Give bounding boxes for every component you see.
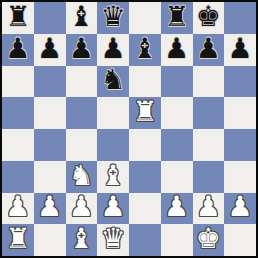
square-g4[interactable] [193, 129, 225, 161]
square-h4[interactable] [224, 129, 256, 161]
square-f7[interactable]: ♟ [161, 34, 193, 66]
square-e3[interactable] [129, 161, 161, 193]
square-e8[interactable] [129, 2, 161, 34]
square-d5[interactable] [97, 97, 129, 129]
square-f3[interactable] [161, 161, 193, 193]
piece-white-pawn[interactable]: ♟ [37, 193, 62, 221]
square-b8[interactable] [34, 2, 66, 34]
square-b5[interactable] [34, 97, 66, 129]
square-d8[interactable]: ♛ [97, 2, 129, 34]
square-a3[interactable] [2, 161, 34, 193]
square-h6[interactable] [224, 66, 256, 98]
piece-black-queen[interactable]: ♛ [101, 3, 126, 31]
square-e6[interactable] [129, 66, 161, 98]
square-a2[interactable]: ♟ [2, 193, 34, 225]
square-f8[interactable]: ♜ [161, 2, 193, 34]
piece-black-pawn[interactable]: ♟ [101, 35, 126, 63]
square-g5[interactable] [193, 97, 225, 129]
square-h8[interactable] [224, 2, 256, 34]
piece-white-pawn[interactable]: ♟ [196, 193, 221, 221]
square-f2[interactable]: ♟ [161, 193, 193, 225]
piece-white-bishop[interactable]: ♝ [69, 225, 94, 253]
piece-black-pawn[interactable]: ♟ [164, 35, 189, 63]
square-c8[interactable]: ♝ [66, 2, 98, 34]
piece-white-pawn[interactable]: ♟ [69, 193, 94, 221]
square-e2[interactable] [129, 193, 161, 225]
square-a4[interactable] [2, 129, 34, 161]
square-c6[interactable] [66, 66, 98, 98]
square-g3[interactable] [193, 161, 225, 193]
square-c5[interactable] [66, 97, 98, 129]
square-b2[interactable]: ♟ [34, 193, 66, 225]
square-a7[interactable]: ♟ [2, 34, 34, 66]
square-c7[interactable]: ♟ [66, 34, 98, 66]
square-g8[interactable]: ♚ [193, 2, 225, 34]
piece-white-pawn[interactable]: ♟ [101, 193, 126, 221]
square-a5[interactable] [2, 97, 34, 129]
piece-black-pawn[interactable]: ♟ [5, 35, 30, 63]
piece-black-bishop[interactable]: ♝ [132, 35, 157, 63]
piece-black-knight[interactable]: ♞ [101, 66, 126, 94]
piece-black-pawn[interactable]: ♟ [69, 35, 94, 63]
piece-white-bishop[interactable]: ♝ [101, 162, 126, 190]
square-d2[interactable]: ♟ [97, 193, 129, 225]
square-d3[interactable]: ♝ [97, 161, 129, 193]
square-f1[interactable] [161, 224, 193, 256]
square-f4[interactable] [161, 129, 193, 161]
square-g7[interactable]: ♟ [193, 34, 225, 66]
square-c2[interactable]: ♟ [66, 193, 98, 225]
square-b3[interactable] [34, 161, 66, 193]
square-a6[interactable] [2, 66, 34, 98]
chess-board: ♜♝♛♜♚♟♟♟♟♝♟♟♟♞♜♞♝♟♟♟♟♟♟♟♜♝♛♚ [0, 0, 258, 258]
square-d4[interactable] [97, 129, 129, 161]
square-d1[interactable]: ♛ [97, 224, 129, 256]
piece-white-king[interactable]: ♚ [196, 225, 221, 253]
square-b1[interactable] [34, 224, 66, 256]
piece-white-pawn[interactable]: ♟ [164, 193, 189, 221]
square-h5[interactable] [224, 97, 256, 129]
piece-white-pawn[interactable]: ♟ [5, 193, 30, 221]
square-e5[interactable]: ♜ [129, 97, 161, 129]
square-c3[interactable]: ♞ [66, 161, 98, 193]
piece-black-bishop[interactable]: ♝ [69, 3, 94, 31]
piece-white-pawn[interactable]: ♟ [228, 193, 253, 221]
square-g6[interactable] [193, 66, 225, 98]
piece-black-king[interactable]: ♚ [196, 3, 221, 31]
square-a1[interactable]: ♜ [2, 224, 34, 256]
square-h1[interactable] [224, 224, 256, 256]
square-d6[interactable]: ♞ [97, 66, 129, 98]
piece-white-rook[interactable]: ♜ [5, 225, 30, 253]
piece-black-pawn[interactable]: ♟ [196, 35, 221, 63]
square-h2[interactable]: ♟ [224, 193, 256, 225]
square-a8[interactable]: ♜ [2, 2, 34, 34]
piece-black-rook[interactable]: ♜ [164, 3, 189, 31]
piece-white-knight[interactable]: ♞ [69, 162, 94, 190]
square-c4[interactable] [66, 129, 98, 161]
square-e4[interactable] [129, 129, 161, 161]
square-d7[interactable]: ♟ [97, 34, 129, 66]
square-e7[interactable]: ♝ [129, 34, 161, 66]
square-h3[interactable] [224, 161, 256, 193]
square-c1[interactable]: ♝ [66, 224, 98, 256]
square-b6[interactable] [34, 66, 66, 98]
square-g2[interactable]: ♟ [193, 193, 225, 225]
square-g1[interactable]: ♚ [193, 224, 225, 256]
piece-black-rook[interactable]: ♜ [5, 3, 30, 31]
square-b4[interactable] [34, 129, 66, 161]
square-e1[interactable] [129, 224, 161, 256]
square-f6[interactable] [161, 66, 193, 98]
piece-white-queen[interactable]: ♛ [101, 225, 126, 253]
piece-black-pawn[interactable]: ♟ [37, 35, 62, 63]
piece-white-rook[interactable]: ♜ [132, 98, 157, 126]
square-f5[interactable] [161, 97, 193, 129]
piece-black-pawn[interactable]: ♟ [228, 35, 253, 63]
square-h7[interactable]: ♟ [224, 34, 256, 66]
square-b7[interactable]: ♟ [34, 34, 66, 66]
